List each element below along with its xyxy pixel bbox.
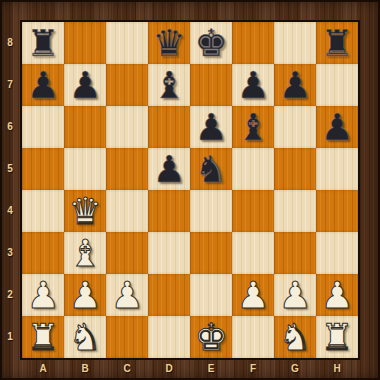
square-e3[interactable] [190, 232, 232, 274]
square-a3[interactable] [22, 232, 64, 274]
black-king[interactable]: ♚ [190, 22, 232, 64]
square-f1[interactable] [232, 316, 274, 358]
square-g7[interactable]: ♟ [274, 64, 316, 106]
white-pawn[interactable]: ♟ [232, 274, 274, 316]
square-f3[interactable] [232, 232, 274, 274]
square-e6[interactable]: ♟ [190, 106, 232, 148]
square-h8[interactable]: ♜ [316, 22, 358, 64]
rank-label-3: 3 [0, 232, 20, 274]
rank-label-1: 1 [0, 316, 20, 358]
square-b1[interactable]: ♞ [64, 316, 106, 358]
square-b8[interactable] [64, 22, 106, 64]
square-b2[interactable]: ♟ [64, 274, 106, 316]
square-a6[interactable] [22, 106, 64, 148]
square-b7[interactable]: ♟ [64, 64, 106, 106]
file-label-f: F [232, 360, 274, 380]
square-h6[interactable]: ♟ [316, 106, 358, 148]
square-f5[interactable] [232, 148, 274, 190]
square-h2[interactable]: ♟ [316, 274, 358, 316]
square-g5[interactable] [274, 148, 316, 190]
square-b6[interactable] [64, 106, 106, 148]
white-pawn[interactable]: ♟ [274, 274, 316, 316]
square-c4[interactable] [106, 190, 148, 232]
square-c6[interactable] [106, 106, 148, 148]
square-g2[interactable]: ♟ [274, 274, 316, 316]
square-d8[interactable]: ♛ [148, 22, 190, 64]
square-e7[interactable] [190, 64, 232, 106]
black-knight[interactable]: ♞ [190, 148, 232, 190]
square-a5[interactable] [22, 148, 64, 190]
square-d5[interactable]: ♟ [148, 148, 190, 190]
square-f7[interactable]: ♟ [232, 64, 274, 106]
square-g4[interactable] [274, 190, 316, 232]
square-c1[interactable] [106, 316, 148, 358]
file-label-h: H [316, 360, 358, 380]
black-pawn[interactable]: ♟ [148, 148, 190, 190]
file-labels: ABCDEFGH [22, 360, 358, 380]
square-g3[interactable] [274, 232, 316, 274]
square-a7[interactable]: ♟ [22, 64, 64, 106]
square-d4[interactable] [148, 190, 190, 232]
square-e4[interactable] [190, 190, 232, 232]
black-pawn[interactable]: ♟ [274, 64, 316, 106]
rank-label-4: 4 [0, 190, 20, 232]
rank-label-7: 7 [0, 64, 20, 106]
black-pawn[interactable]: ♟ [190, 106, 232, 148]
black-pawn[interactable]: ♟ [22, 64, 64, 106]
square-f2[interactable]: ♟ [232, 274, 274, 316]
file-label-e: E [190, 360, 232, 380]
black-pawn[interactable]: ♟ [64, 64, 106, 106]
black-bishop[interactable]: ♝ [232, 106, 274, 148]
wood-frame: 87654321 ♜♛♚♜♟♟♝♟♟♟♝♟♟♞♛♝♟♟♟♟♟♟♜♞♚♞♜ ABC… [0, 0, 380, 380]
square-b4[interactable]: ♛ [64, 190, 106, 232]
square-d3[interactable] [148, 232, 190, 274]
file-label-d: D [148, 360, 190, 380]
white-king[interactable]: ♚ [190, 316, 232, 358]
square-h3[interactable] [316, 232, 358, 274]
square-d1[interactable] [148, 316, 190, 358]
square-c2[interactable]: ♟ [106, 274, 148, 316]
square-h7[interactable] [316, 64, 358, 106]
black-rook[interactable]: ♜ [316, 22, 358, 64]
square-f4[interactable] [232, 190, 274, 232]
white-pawn[interactable]: ♟ [64, 274, 106, 316]
rank-labels: 87654321 [0, 22, 20, 358]
white-pawn[interactable]: ♟ [316, 274, 358, 316]
rank-label-8: 8 [0, 22, 20, 64]
square-a4[interactable] [22, 190, 64, 232]
square-g6[interactable] [274, 106, 316, 148]
black-queen[interactable]: ♛ [148, 22, 190, 64]
square-e5[interactable]: ♞ [190, 148, 232, 190]
rank-label-6: 6 [0, 106, 20, 148]
square-a8[interactable]: ♜ [22, 22, 64, 64]
black-rook[interactable]: ♜ [22, 22, 64, 64]
white-pawn[interactable]: ♟ [22, 274, 64, 316]
square-c8[interactable] [106, 22, 148, 64]
white-bishop[interactable]: ♝ [64, 232, 106, 274]
square-b5[interactable] [64, 148, 106, 190]
file-label-g: G [274, 360, 316, 380]
square-a1[interactable]: ♜ [22, 316, 64, 358]
square-b3[interactable]: ♝ [64, 232, 106, 274]
white-knight[interactable]: ♞ [64, 316, 106, 358]
square-e8[interactable]: ♚ [190, 22, 232, 64]
rank-label-2: 2 [0, 274, 20, 316]
square-c3[interactable] [106, 232, 148, 274]
square-f6[interactable]: ♝ [232, 106, 274, 148]
square-g8[interactable] [274, 22, 316, 64]
chess-board: ♜♛♚♜♟♟♝♟♟♟♝♟♟♞♛♝♟♟♟♟♟♟♜♞♚♞♜ [20, 20, 360, 360]
white-pawn[interactable]: ♟ [106, 274, 148, 316]
white-rook[interactable]: ♜ [22, 316, 64, 358]
black-pawn[interactable]: ♟ [316, 106, 358, 148]
file-label-b: B [64, 360, 106, 380]
square-f8[interactable] [232, 22, 274, 64]
square-c7[interactable] [106, 64, 148, 106]
black-bishop[interactable]: ♝ [148, 64, 190, 106]
square-h5[interactable] [316, 148, 358, 190]
white-knight[interactable]: ♞ [274, 316, 316, 358]
rank-label-5: 5 [0, 148, 20, 190]
square-d2[interactable] [148, 274, 190, 316]
square-c5[interactable] [106, 148, 148, 190]
square-d7[interactable]: ♝ [148, 64, 190, 106]
file-label-c: C [106, 360, 148, 380]
square-a2[interactable]: ♟ [22, 274, 64, 316]
square-d6[interactable] [148, 106, 190, 148]
square-h1[interactable]: ♜ [316, 316, 358, 358]
white-rook[interactable]: ♜ [316, 316, 358, 358]
square-e2[interactable] [190, 274, 232, 316]
white-queen[interactable]: ♛ [64, 190, 106, 232]
file-label-a: A [22, 360, 64, 380]
square-g1[interactable]: ♞ [274, 316, 316, 358]
square-e1[interactable]: ♚ [190, 316, 232, 358]
square-h4[interactable] [316, 190, 358, 232]
black-pawn[interactable]: ♟ [232, 64, 274, 106]
